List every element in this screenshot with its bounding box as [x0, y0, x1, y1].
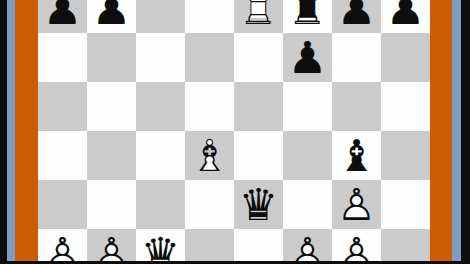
black-rook: ♜: [288, 0, 327, 33]
square-r5c3[interactable]: [185, 229, 234, 264]
square-r1c2[interactable]: [136, 33, 185, 82]
square-r5c4[interactable]: [234, 229, 283, 264]
square-r4c1[interactable]: [87, 180, 136, 229]
square-r0c3[interactable]: [185, 0, 234, 33]
square-r3c0[interactable]: [38, 131, 87, 180]
square-r1c4[interactable]: [234, 33, 283, 82]
square-r3c2[interactable]: [136, 131, 185, 180]
square-r2c2[interactable]: [136, 82, 185, 131]
square-r1c1[interactable]: [87, 33, 136, 82]
square-r2c1[interactable]: [87, 82, 136, 131]
white-rook-outline: ♖: [239, 0, 278, 33]
black-rook-glyph: ♜: [288, 0, 327, 33]
square-r5c5[interactable]: ♟♙: [283, 229, 332, 264]
square-r2c7[interactable]: [381, 82, 430, 131]
square-r0c2[interactable]: [136, 0, 185, 33]
black-pawn-glyph: ♟: [386, 0, 425, 33]
black-pawn: ♟: [92, 0, 131, 33]
square-r5c0[interactable]: ♟♙: [38, 229, 87, 264]
square-r0c0[interactable]: ♟: [38, 0, 87, 33]
frame-right-orange-stripe: [430, 0, 452, 264]
square-r4c2[interactable]: [136, 180, 185, 229]
white-pawn: ♟♙: [92, 229, 131, 264]
square-r2c3[interactable]: [185, 82, 234, 131]
white-pawn-outline: ♙: [337, 180, 376, 229]
square-r3c6[interactable]: ♝: [332, 131, 381, 180]
black-pawn: ♟: [337, 0, 376, 33]
frame-right-blue-stripe: [452, 0, 461, 264]
frame-left-black-stripe: [0, 0, 7, 264]
frame-left-blue-stripe: [7, 0, 15, 264]
square-r0c6[interactable]: ♟: [332, 0, 381, 33]
white-pawn: ♟♙: [288, 229, 327, 264]
black-queen-glyph: ♛: [141, 229, 180, 264]
square-r5c6[interactable]: ♟♙: [332, 229, 381, 264]
square-r5c2[interactable]: ♛: [136, 229, 185, 264]
square-r3c5[interactable]: [283, 131, 332, 180]
square-r1c3[interactable]: [185, 33, 234, 82]
black-queen: ♛: [239, 180, 278, 229]
white-bishop-outline: ♗: [190, 131, 229, 180]
frame-right-black-stripe: [461, 0, 470, 264]
square-r2c0[interactable]: [38, 82, 87, 131]
white-pawn-outline: ♙: [288, 229, 327, 264]
black-pawn-glyph: ♟: [43, 0, 82, 33]
white-pawn: ♟♙: [337, 180, 376, 229]
black-pawn-glyph: ♟: [92, 0, 131, 33]
square-r0c4[interactable]: ♜♖: [234, 0, 283, 33]
square-r1c5[interactable]: ♟: [283, 33, 332, 82]
square-r4c0[interactable]: [38, 180, 87, 229]
square-r4c7[interactable]: [381, 180, 430, 229]
black-pawn: ♟: [43, 0, 82, 33]
square-r2c4[interactable]: [234, 82, 283, 131]
square-r4c4[interactable]: ♛: [234, 180, 283, 229]
chess-board: ♟♟♜♖♜♟♟♟♝♗♝♛♟♙♟♙♟♙♛♟♙♟♙: [38, 0, 430, 264]
chess-board-screenshot: ♟♟♜♖♜♟♟♟♝♗♝♛♟♙♟♙♟♙♛♟♙♟♙: [0, 0, 470, 264]
black-pawn: ♟: [288, 33, 327, 82]
square-r0c1[interactable]: ♟: [87, 0, 136, 33]
square-r1c0[interactable]: [38, 33, 87, 82]
white-pawn-outline: ♙: [43, 229, 82, 264]
square-r3c1[interactable]: [87, 131, 136, 180]
square-r5c7[interactable]: [381, 229, 430, 264]
frame-left-orange-stripe: [15, 0, 38, 264]
white-rook: ♜♖: [239, 0, 278, 33]
square-r2c5[interactable]: [283, 82, 332, 131]
black-queen: ♛: [141, 229, 180, 264]
square-r4c5[interactable]: [283, 180, 332, 229]
white-pawn-outline: ♙: [337, 229, 376, 264]
black-pawn-glyph: ♟: [288, 33, 327, 82]
black-bishop-glyph: ♝: [337, 131, 376, 180]
square-r4c6[interactable]: ♟♙: [332, 180, 381, 229]
white-bishop: ♝♗: [190, 131, 229, 180]
square-r3c7[interactable]: [381, 131, 430, 180]
square-r1c7[interactable]: [381, 33, 430, 82]
square-r1c6[interactable]: [332, 33, 381, 82]
white-pawn: ♟♙: [337, 229, 376, 264]
square-r3c4[interactable]: [234, 131, 283, 180]
black-pawn: ♟: [386, 0, 425, 33]
black-bishop: ♝: [337, 131, 376, 180]
square-r2c6[interactable]: [332, 82, 381, 131]
white-pawn: ♟♙: [43, 229, 82, 264]
white-pawn-outline: ♙: [92, 229, 131, 264]
square-r0c7[interactable]: ♟: [381, 0, 430, 33]
square-r3c3[interactable]: ♝♗: [185, 131, 234, 180]
black-pawn-glyph: ♟: [337, 0, 376, 33]
square-r5c1[interactable]: ♟♙: [87, 229, 136, 264]
square-r4c3[interactable]: [185, 180, 234, 229]
square-r0c5[interactable]: ♜: [283, 0, 332, 33]
black-queen-glyph: ♛: [239, 180, 278, 229]
